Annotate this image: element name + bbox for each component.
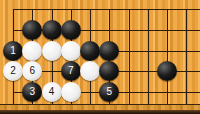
grid-vline-10 [186,9,187,104]
stone-move-number: 6 [29,66,35,76]
stone-move-number: 2 [10,66,16,76]
stone-black-1[interactable]: 1 [3,41,23,61]
go-board[interactable]: 1267345 [0,0,200,114]
stone-move-number: 4 [49,87,55,97]
grid-vline-7 [129,9,130,104]
stone-black-3[interactable]: 3 [22,82,42,102]
stone-black[interactable] [99,61,119,81]
board-wood-surface[interactable]: 1267345 [0,0,200,105]
stone-black[interactable] [22,20,42,40]
board-edge-shadow [0,110,200,114]
stone-white[interactable] [61,41,81,61]
stone-white-6[interactable]: 6 [22,61,42,81]
stone-move-number: 1 [10,46,16,56]
grid-hline-1 [13,9,200,10]
stone-black[interactable] [42,20,62,40]
stone-black-7[interactable]: 7 [61,61,81,81]
stone-white-4[interactable]: 4 [42,82,62,102]
stone-black[interactable] [99,41,119,61]
stone-white-2[interactable]: 2 [3,61,23,81]
grid-vline-9 [167,9,168,104]
stone-white[interactable] [80,61,100,81]
stone-black-5[interactable]: 5 [99,82,119,102]
grid-vline-8 [148,9,149,104]
stone-black[interactable] [157,61,177,81]
stone-white[interactable] [42,41,62,61]
stone-move-number: 5 [106,87,112,97]
stone-move-number: 7 [68,66,74,76]
stone-white[interactable] [22,41,42,61]
stone-black[interactable] [80,41,100,61]
stone-white[interactable] [61,82,81,102]
stone-move-number: 3 [29,87,35,97]
stone-black[interactable] [61,20,81,40]
